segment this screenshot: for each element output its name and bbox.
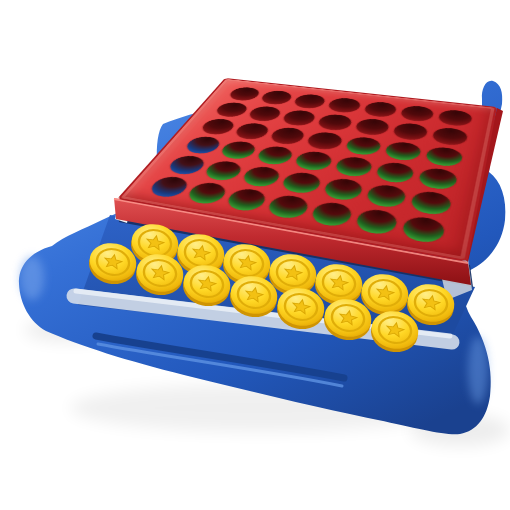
hole-opening <box>224 187 270 213</box>
hole-opening <box>213 101 251 118</box>
grid-hole-r3c3 <box>291 149 336 173</box>
grid-hole-r5c3 <box>263 193 313 222</box>
grid-hole-r0c3 <box>325 96 364 114</box>
grid-hole-r2c5 <box>381 140 424 163</box>
hole-opening <box>279 171 323 195</box>
hole-opening <box>268 126 308 146</box>
corner-highlight <box>468 336 488 404</box>
grid-hole-r3c4 <box>331 155 376 179</box>
hole-opening <box>362 101 399 118</box>
hole-opening <box>201 160 245 183</box>
grid-hole-r4c6 <box>407 189 454 218</box>
hole-opening <box>374 161 416 185</box>
hole-opening <box>332 155 374 178</box>
grid-hole-r3c2 <box>253 144 298 167</box>
grid-hole-r2c4 <box>341 135 384 157</box>
hole-opening <box>316 113 354 131</box>
grid-hole-r5c2 <box>222 186 272 214</box>
grid-hole-r5c5 <box>351 207 401 238</box>
hole-opening <box>280 109 318 127</box>
grid-hole-r1c1 <box>244 105 285 124</box>
hole-opening <box>226 86 262 102</box>
hole-opening <box>246 105 284 122</box>
grid-hole-r0c4 <box>360 100 399 119</box>
hole-opening <box>353 117 391 136</box>
hole-opening <box>400 215 447 245</box>
hole-opening <box>383 141 423 162</box>
grid-hole-r0c5 <box>397 104 436 123</box>
hole-opening <box>321 177 365 202</box>
grid-hole-r5c6 <box>398 214 448 246</box>
grid-hole-r1c2 <box>279 109 320 128</box>
grid-hole-r1c4 <box>351 117 392 137</box>
product-photo-connect-four-set <box>0 0 510 510</box>
grid-hole-r4c5 <box>362 182 409 210</box>
hole-opening <box>258 90 295 106</box>
hole-opening <box>409 190 453 217</box>
grid-hole-r0c1 <box>257 89 296 106</box>
grid-hole-r0c2 <box>290 93 329 111</box>
grid-hole-r3c5 <box>372 160 417 185</box>
hole-opening <box>417 167 459 191</box>
hole-opening <box>364 183 408 209</box>
hole-opening <box>292 150 334 172</box>
hole-opening <box>218 140 260 161</box>
hole-opening <box>240 165 284 188</box>
hole-opening <box>431 126 469 146</box>
hole-opening <box>353 207 400 236</box>
hole-opening <box>232 122 272 141</box>
grid-hole-r3c6 <box>415 166 460 192</box>
grid-hole-r2c1 <box>231 121 274 141</box>
hole-opening <box>308 200 355 228</box>
grid-hole-r4c2 <box>238 164 285 189</box>
hole-opening <box>326 97 363 114</box>
grid-hole-r4c3 <box>278 170 325 196</box>
hole-opening <box>424 146 464 168</box>
hole-opening <box>437 109 473 127</box>
grid-hole-r1c3 <box>314 113 355 133</box>
hole-opening <box>343 136 383 157</box>
hole-opening <box>391 122 429 142</box>
hole-opening <box>198 118 238 136</box>
hole-opening <box>184 181 230 206</box>
grid-hole-r1c5 <box>390 121 431 142</box>
grid-hole-r5c4 <box>306 199 356 229</box>
hole-opening <box>305 131 345 151</box>
grid-hole-r0c6 <box>435 108 474 128</box>
grid-hole-r2c2 <box>266 126 309 147</box>
hole-opening <box>265 194 312 221</box>
grid-hole-r2c6 <box>423 145 466 169</box>
grid-hole-r2c3 <box>303 130 346 152</box>
hole-opening <box>292 93 329 109</box>
hole-opening <box>254 145 296 166</box>
grid-hole-r4c4 <box>319 176 366 203</box>
hole-opening <box>399 105 436 123</box>
grid-hole-r1c6 <box>429 126 470 148</box>
knob-highlight <box>20 256 44 300</box>
